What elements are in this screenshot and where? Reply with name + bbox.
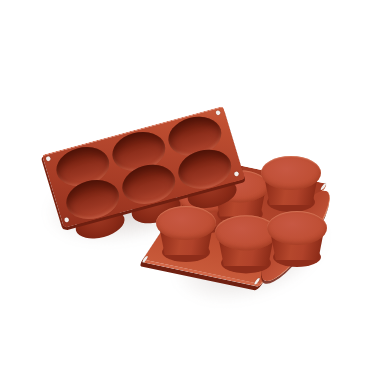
mold-cup: [265, 211, 329, 275]
cup-top-face: [261, 156, 321, 190]
mold-cup: [154, 206, 218, 270]
cup-top-face: [156, 206, 216, 240]
product-photo: [0, 0, 368, 368]
cup-top-face: [267, 211, 327, 245]
